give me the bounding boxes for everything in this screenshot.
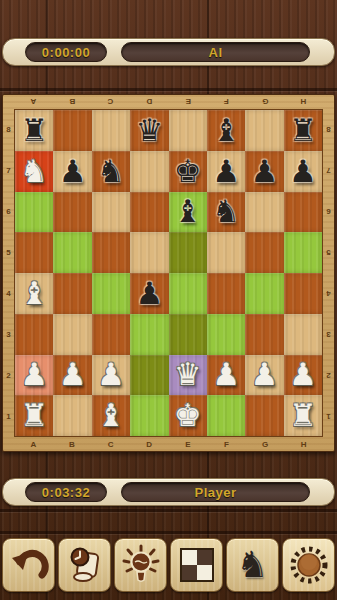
black-bishop-e6: ♝ [174, 196, 202, 227]
square-f1[interactable] [207, 395, 245, 436]
board-style-button[interactable] [170, 538, 223, 592]
square-g3[interactable] [245, 314, 283, 355]
square-c1[interactable]: ♝ [92, 395, 130, 436]
square-e2[interactable]: ♛ [169, 355, 207, 396]
lightbulb-icon [120, 544, 162, 586]
white-bishop-c1: ♝ [97, 400, 125, 431]
file-labels-top: ABCDEFGH [14, 95, 323, 109]
white-knight-a7: ♞ [20, 156, 48, 187]
knight-icon: ♞ [236, 547, 268, 583]
square-g1[interactable] [245, 395, 283, 436]
square-b1[interactable] [53, 395, 91, 436]
square-d4[interactable]: ♟ [130, 273, 168, 314]
square-h7[interactable]: ♟ [284, 151, 322, 192]
undo-arrow-icon [9, 545, 49, 585]
square-a2[interactable]: ♟ [15, 355, 53, 396]
black-pawn-d4: ♟ [135, 278, 163, 309]
square-a1[interactable]: ♜ [15, 395, 53, 436]
square-d2[interactable] [130, 355, 168, 396]
rank-labels-right: 87654321 [323, 109, 334, 437]
ai-name-label: AI [209, 45, 223, 60]
toolbar: ♞ [2, 538, 335, 592]
square-e8[interactable] [169, 110, 207, 151]
white-pawn-h2: ♟ [289, 359, 317, 390]
player-bar: 0:03:32 Player [2, 478, 335, 506]
square-g2[interactable]: ♟ [245, 355, 283, 396]
square-f3[interactable] [207, 314, 245, 355]
chess-app-screen: 0:00:00 AI ABCDEFGH ABCDEFGH 87654321 87… [0, 0, 337, 600]
player-name-label: Player [194, 485, 236, 500]
square-h2[interactable]: ♟ [284, 355, 322, 396]
black-pawn-h7: ♟ [289, 156, 317, 187]
rank-labels-left: 87654321 [3, 109, 14, 437]
white-king-e1: ♚ [174, 400, 202, 431]
square-f4[interactable] [207, 273, 245, 314]
player-clock-value: 0:03:32 [42, 485, 90, 500]
square-a6[interactable] [15, 192, 53, 233]
black-bishop-f8: ♝ [212, 115, 240, 146]
square-h3[interactable] [284, 314, 322, 355]
square-g5[interactable] [245, 232, 283, 273]
wood-plank-seam [0, 509, 337, 512]
file-labels-bottom: ABCDEFGH [14, 437, 323, 451]
square-d8[interactable]: ♛ [130, 110, 168, 151]
square-f7[interactable]: ♟ [207, 151, 245, 192]
checkerboard-icon [178, 546, 216, 584]
square-d7[interactable] [130, 151, 168, 192]
hint-button[interactable] [114, 538, 167, 592]
white-pawn-c2: ♟ [97, 359, 125, 390]
square-b3[interactable] [53, 314, 91, 355]
square-h8[interactable]: ♜ [284, 110, 322, 151]
player-name-plate: Player [121, 482, 310, 502]
square-e7[interactable]: ♚ [169, 151, 207, 192]
square-b2[interactable]: ♟ [53, 355, 91, 396]
square-c2[interactable]: ♟ [92, 355, 130, 396]
square-b4[interactable] [53, 273, 91, 314]
square-c6[interactable] [92, 192, 130, 233]
black-pawn-g7: ♟ [251, 156, 279, 187]
black-pawn-b7: ♟ [59, 156, 87, 187]
player-clock: 0:03:32 [25, 482, 107, 502]
white-pawn-b2: ♟ [59, 359, 87, 390]
white-pawn-a2: ♟ [20, 359, 48, 390]
square-f5[interactable] [207, 232, 245, 273]
ai-clock: 0:00:00 [25, 42, 107, 62]
black-pawn-f7: ♟ [212, 156, 240, 187]
square-h5[interactable] [284, 232, 322, 273]
square-c4[interactable] [92, 273, 130, 314]
square-f6[interactable]: ♞ [207, 192, 245, 233]
move-history-button[interactable] [58, 538, 111, 592]
square-h1[interactable]: ♜ [284, 395, 322, 436]
square-b7[interactable]: ♟ [53, 151, 91, 192]
square-e5[interactable] [169, 232, 207, 273]
square-d6[interactable] [130, 192, 168, 233]
white-bishop-a4: ♝ [20, 278, 48, 309]
square-a7[interactable]: ♞ [15, 151, 53, 192]
square-e3[interactable] [169, 314, 207, 355]
wood-plank-seam [0, 531, 337, 534]
white-pawn-g2: ♟ [251, 359, 279, 390]
settings-button[interactable] [282, 538, 335, 592]
square-d1[interactable] [130, 395, 168, 436]
black-knight-f6: ♞ [212, 196, 240, 227]
black-queen-d8: ♛ [135, 115, 163, 146]
board-squares: ♜♛♝♜♞♟♞♚♟♟♟♝♞♝♟♟♟♟♛♟♟♟♜♝♚♜ [14, 109, 323, 437]
chess-board: ABCDEFGH ABCDEFGH 87654321 87654321 ♜♛♝♜… [2, 94, 335, 452]
square-g8[interactable] [245, 110, 283, 151]
square-c7[interactable]: ♞ [92, 151, 130, 192]
white-rook-h1: ♜ [289, 400, 317, 431]
square-g7[interactable]: ♟ [245, 151, 283, 192]
black-king-e7: ♚ [174, 156, 202, 187]
scroll-clock-icon [65, 545, 105, 585]
black-knight-c7: ♞ [97, 156, 125, 187]
opponent-bar: 0:00:00 AI [2, 38, 335, 66]
black-rook-a8: ♜ [20, 115, 48, 146]
square-a8[interactable]: ♜ [15, 110, 53, 151]
ai-clock-value: 0:00:00 [42, 45, 90, 60]
square-f2[interactable]: ♟ [207, 355, 245, 396]
square-b8[interactable] [53, 110, 91, 151]
square-b6[interactable] [53, 192, 91, 233]
square-a4[interactable]: ♝ [15, 273, 53, 314]
square-b5[interactable] [53, 232, 91, 273]
white-pawn-f2: ♟ [212, 359, 240, 390]
square-h6[interactable] [284, 192, 322, 233]
white-rook-a1: ♜ [20, 400, 48, 431]
square-e1[interactable]: ♚ [169, 395, 207, 436]
square-g4[interactable] [245, 273, 283, 314]
white-queen-e2: ♛ [174, 359, 202, 390]
square-a5[interactable] [15, 232, 53, 273]
square-e6[interactable]: ♝ [169, 192, 207, 233]
square-f8[interactable]: ♝ [207, 110, 245, 151]
undo-button[interactable] [2, 538, 55, 592]
ai-name-plate: AI [121, 42, 310, 62]
wood-plank-seam [0, 88, 337, 91]
piece-style-button[interactable]: ♞ [226, 538, 279, 592]
square-a3[interactable] [15, 314, 53, 355]
square-d5[interactable] [130, 232, 168, 273]
square-g6[interactable] [245, 192, 283, 233]
square-e4[interactable] [169, 273, 207, 314]
square-d3[interactable] [130, 314, 168, 355]
square-c5[interactable] [92, 232, 130, 273]
dial-icon [289, 545, 329, 585]
square-h4[interactable] [284, 273, 322, 314]
square-c3[interactable] [92, 314, 130, 355]
black-rook-h8: ♜ [289, 115, 317, 146]
square-c8[interactable] [92, 110, 130, 151]
